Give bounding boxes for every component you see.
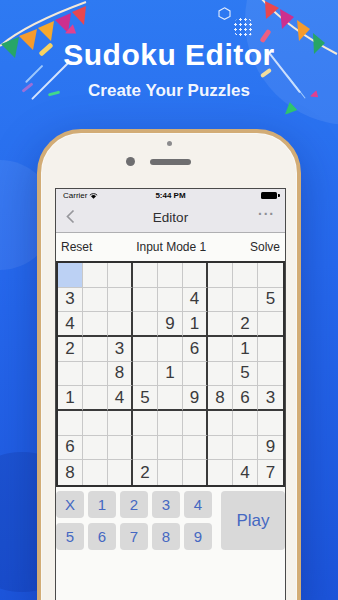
grid-cell-r0c3[interactable]: [133, 263, 158, 288]
solve-button[interactable]: Solve: [250, 240, 280, 254]
grid-cell-r5c3[interactable]: 5: [133, 386, 158, 411]
grid-cell-r4c2[interactable]: 8: [108, 362, 133, 387]
sudoku-grid: 345491223618151459863698247: [56, 261, 285, 487]
grid-cell-r6c8[interactable]: [258, 411, 283, 436]
grid-cell-r8c6[interactable]: [208, 460, 233, 485]
grid-cell-r8c2[interactable]: [108, 460, 133, 485]
grid-cell-r2c3[interactable]: [133, 312, 158, 337]
app-screen: Carrier 5:44 PM Editor ··· Re: [55, 188, 286, 600]
grid-cell-r7c7[interactable]: [233, 436, 258, 461]
grid-cell-r1c6[interactable]: [208, 288, 233, 313]
grid-cell-r0c6[interactable]: [208, 263, 233, 288]
grid-cell-r2c7[interactable]: 2: [233, 312, 258, 337]
grid-cell-r1c2[interactable]: [108, 288, 133, 313]
grid-cell-r7c5[interactable]: [183, 436, 208, 461]
grid-cell-r1c3[interactable]: [133, 288, 158, 313]
grid-cell-r5c4[interactable]: [158, 386, 183, 411]
key-6[interactable]: 6: [88, 523, 116, 550]
reset-button[interactable]: Reset: [61, 240, 92, 254]
grid-cell-r5c8[interactable]: 3: [258, 386, 283, 411]
header: Sudoku Editor Create Your Puzzles: [0, 38, 338, 101]
grid-cell-r8c3[interactable]: 2: [133, 460, 158, 485]
input-mode-button[interactable]: Input Mode 1: [136, 240, 206, 254]
grid-cell-r7c0[interactable]: 6: [58, 436, 83, 461]
grid-cell-r4c8[interactable]: [258, 362, 283, 387]
grid-cell-r1c0[interactable]: 3: [58, 288, 83, 313]
page-title: Sudoku Editor: [0, 38, 338, 72]
grid-cell-r5c6[interactable]: 8: [208, 386, 233, 411]
grid-cell-r6c6[interactable]: [208, 411, 233, 436]
key-1[interactable]: 1: [88, 491, 116, 518]
phone-mockup: Carrier 5:44 PM Editor ··· Re: [37, 129, 301, 600]
grid-cell-r4c3[interactable]: [133, 362, 158, 387]
nav-title: Editor: [56, 210, 285, 225]
grid-cell-r3c1[interactable]: [83, 337, 108, 362]
grid-cell-r5c1[interactable]: [83, 386, 108, 411]
grid-cell-r1c8[interactable]: 5: [258, 288, 283, 313]
grid-cell-r3c0[interactable]: 2: [58, 337, 83, 362]
key-5[interactable]: 5: [56, 523, 84, 550]
play-button[interactable]: Play: [221, 491, 285, 550]
grid-cell-r6c4[interactable]: [158, 411, 183, 436]
grid-cell-r8c7[interactable]: 4: [233, 460, 258, 485]
grid-cell-r8c1[interactable]: [83, 460, 108, 485]
key-7[interactable]: 7: [120, 523, 148, 550]
grid-cell-r0c0[interactable]: [58, 263, 83, 288]
grid-cell-r0c1[interactable]: [83, 263, 108, 288]
front-camera-icon: [126, 157, 135, 166]
editor-toolbar: Reset Input Mode 1 Solve: [56, 233, 285, 261]
grid-cell-r5c5[interactable]: 9: [183, 386, 208, 411]
grid-cell-r2c0[interactable]: 4: [58, 312, 83, 337]
grid-cell-r3c3[interactable]: [133, 337, 158, 362]
grid-cell-r5c7[interactable]: 6: [233, 386, 258, 411]
grid-cell-r3c6[interactable]: [208, 337, 233, 362]
grid-cell-r4c7[interactable]: 5: [233, 362, 258, 387]
grid-cell-r2c6[interactable]: [208, 312, 233, 337]
grid-cell-r1c5[interactable]: 4: [183, 288, 208, 313]
grid-cell-r3c8[interactable]: [258, 337, 283, 362]
nav-bar: Editor ···: [56, 201, 285, 233]
grid-cell-r6c1[interactable]: [83, 411, 108, 436]
grid-cell-r8c4[interactable]: [158, 460, 183, 485]
number-keypad: X123456789Play: [56, 491, 285, 550]
earpiece-speaker-icon: [150, 159, 191, 165]
grid-cell-r0c8[interactable]: [258, 263, 283, 288]
key-3[interactable]: 3: [152, 491, 180, 518]
grid-cell-r1c7[interactable]: [233, 288, 258, 313]
key-2[interactable]: 2: [120, 491, 148, 518]
grid-cell-r2c8[interactable]: [258, 312, 283, 337]
grid-cell-r5c0[interactable]: 1: [58, 386, 83, 411]
grid-cell-r2c2[interactable]: [108, 312, 133, 337]
grid-cell-r6c3[interactable]: [133, 411, 158, 436]
grid-cell-r0c4[interactable]: [158, 263, 183, 288]
clock-label: 5:44 PM: [56, 191, 285, 200]
grid-cell-r7c1[interactable]: [83, 436, 108, 461]
grid-cell-r4c1[interactable]: [83, 362, 108, 387]
grid-cell-r7c4[interactable]: [158, 436, 183, 461]
grid-cell-r2c5[interactable]: 1: [183, 312, 208, 337]
grid-cell-r7c6[interactable]: [208, 436, 233, 461]
grid-cell-r4c5[interactable]: [183, 362, 208, 387]
grid-cell-r0c5[interactable]: [183, 263, 208, 288]
grid-cell-r4c0[interactable]: [58, 362, 83, 387]
grid-cell-r6c0[interactable]: [58, 411, 83, 436]
key-8[interactable]: 8: [152, 523, 180, 550]
grid-cell-r1c1[interactable]: [83, 288, 108, 313]
sensor-dot-icon: [167, 141, 172, 146]
grid-cell-r4c4[interactable]: 1: [158, 362, 183, 387]
grid-cell-r8c0[interactable]: 8: [58, 460, 83, 485]
grid-cell-r4c6[interactable]: [208, 362, 233, 387]
grid-cell-r0c7[interactable]: [233, 263, 258, 288]
grid-cell-r6c7[interactable]: [233, 411, 258, 436]
hexagon-outline-icon: [218, 7, 231, 20]
dotted-circle-icon: [233, 17, 254, 38]
grid-cell-r0c2[interactable]: [108, 263, 133, 288]
key-x[interactable]: X: [56, 491, 84, 518]
grid-cell-r3c5[interactable]: 6: [183, 337, 208, 362]
grid-cell-r2c1[interactable]: [83, 312, 108, 337]
grid-cell-r7c8[interactable]: 9: [258, 436, 283, 461]
grid-cell-r8c8[interactable]: 7: [258, 460, 283, 485]
status-bar: Carrier 5:44 PM: [56, 189, 285, 201]
grid-cell-r3c2[interactable]: 3: [108, 337, 133, 362]
battery-icon: [261, 192, 277, 199]
key-4[interactable]: 4: [184, 491, 212, 518]
grid-cell-r2c4[interactable]: 9: [158, 312, 183, 337]
grid-cell-r7c3[interactable]: [133, 436, 158, 461]
grid-cell-r3c4[interactable]: [158, 337, 183, 362]
grid-cell-r8c5[interactable]: [183, 460, 208, 485]
more-menu-button[interactable]: ···: [258, 206, 275, 222]
grid-cell-r5c2[interactable]: 4: [108, 386, 133, 411]
grid-cell-r6c2[interactable]: [108, 411, 133, 436]
page: Sudoku Editor Create Your Puzzles Carrie…: [0, 0, 338, 600]
grid-cell-r1c4[interactable]: [158, 288, 183, 313]
page-subtitle: Create Your Puzzles: [0, 81, 338, 101]
grid-cell-r3c7[interactable]: 1: [233, 337, 258, 362]
grid-cell-r7c2[interactable]: [108, 436, 133, 461]
key-9[interactable]: 9: [184, 523, 212, 550]
grid-cell-r6c5[interactable]: [183, 411, 208, 436]
